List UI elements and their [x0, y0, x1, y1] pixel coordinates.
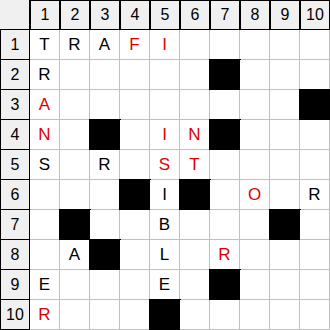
block-cell-r9c7 — [210, 270, 240, 300]
cell-r1c3[interactable]: A — [90, 30, 120, 60]
cell-r9c4[interactable] — [120, 270, 150, 300]
cell-r9c6[interactable] — [180, 270, 210, 300]
cell-r6c5[interactable]: I — [150, 180, 180, 210]
cell-r9c5[interactable]: E — [150, 270, 180, 300]
cell-r7c5[interactable]: B — [150, 210, 180, 240]
cell-r8c1[interactable] — [30, 240, 60, 270]
cell-r8c7[interactable]: R — [210, 240, 240, 270]
cell-r2c2[interactable] — [60, 60, 90, 90]
cell-r10c8[interactable] — [240, 300, 270, 330]
cell-r4c6[interactable]: N — [180, 120, 210, 150]
col-header-2: 2 — [60, 0, 90, 30]
cell-r8c9[interactable] — [270, 240, 300, 270]
cell-r4c4[interactable] — [120, 120, 150, 150]
cell-r5c8[interactable] — [240, 150, 270, 180]
block-cell-r4c3 — [90, 120, 120, 150]
puzzle-grid: 123456789101TRAFI2R3A4NIN5SRST6IOR7B8ALR… — [0, 0, 330, 330]
cell-r5c1[interactable]: S — [30, 150, 60, 180]
cell-r3c8[interactable] — [240, 90, 270, 120]
corner-cell — [0, 0, 30, 30]
cell-r1c8[interactable] — [240, 30, 270, 60]
cell-r5c6[interactable]: T — [180, 150, 210, 180]
block-cell-r7c9 — [270, 210, 300, 240]
cell-r8c5[interactable]: L — [150, 240, 180, 270]
cell-r9c3[interactable] — [90, 270, 120, 300]
col-header-10: 10 — [300, 0, 330, 30]
col-header-1: 1 — [30, 0, 60, 30]
row-header-7: 7 — [0, 210, 30, 240]
cell-r1c10[interactable] — [300, 30, 330, 60]
cell-r3c5[interactable] — [150, 90, 180, 120]
block-cell-r7c2 — [60, 210, 90, 240]
block-cell-r4c7 — [210, 120, 240, 150]
cell-r1c2[interactable]: R — [60, 30, 90, 60]
cell-r2c4[interactable] — [120, 60, 150, 90]
cell-r6c3[interactable] — [90, 180, 120, 210]
row-header-8: 8 — [0, 240, 30, 270]
cell-r7c3[interactable] — [90, 210, 120, 240]
cell-r4c10[interactable] — [300, 120, 330, 150]
cell-r5c5[interactable]: S — [150, 150, 180, 180]
cell-r8c8[interactable] — [240, 240, 270, 270]
col-header-3: 3 — [90, 0, 120, 30]
cell-r5c9[interactable] — [270, 150, 300, 180]
cell-r7c10[interactable] — [300, 210, 330, 240]
cell-r10c6[interactable] — [180, 300, 210, 330]
cell-r1c4[interactable]: F — [120, 30, 150, 60]
cell-r4c8[interactable] — [240, 120, 270, 150]
col-header-7: 7 — [210, 0, 240, 30]
block-cell-r6c4 — [120, 180, 150, 210]
cell-r5c10[interactable] — [300, 150, 330, 180]
cell-r1c9[interactable] — [270, 30, 300, 60]
cell-r3c7[interactable] — [210, 90, 240, 120]
cell-r3c2[interactable] — [60, 90, 90, 120]
row-header-4: 4 — [0, 120, 30, 150]
row-header-3: 3 — [0, 90, 30, 120]
cell-r9c1[interactable]: E — [30, 270, 60, 300]
cell-r7c8[interactable] — [240, 210, 270, 240]
cell-r7c4[interactable] — [120, 210, 150, 240]
cell-r10c2[interactable] — [60, 300, 90, 330]
cell-r6c9[interactable] — [270, 180, 300, 210]
block-cell-r6c6 — [180, 180, 210, 210]
cell-r5c7[interactable] — [210, 150, 240, 180]
cell-r6c2[interactable] — [60, 180, 90, 210]
cell-r10c3[interactable] — [90, 300, 120, 330]
cell-r4c1[interactable]: N — [30, 120, 60, 150]
cell-r5c2[interactable] — [60, 150, 90, 180]
cell-r9c2[interactable] — [60, 270, 90, 300]
row-header-1: 1 — [0, 30, 30, 60]
cell-r6c10[interactable]: R — [300, 180, 330, 210]
cell-r4c9[interactable] — [270, 120, 300, 150]
cell-r4c5[interactable]: I — [150, 120, 180, 150]
block-cell-r10c5 — [150, 300, 180, 330]
cell-r1c5[interactable]: I — [150, 30, 180, 60]
cell-r1c7[interactable] — [210, 30, 240, 60]
cell-r8c6[interactable] — [180, 240, 210, 270]
cell-r9c8[interactable] — [240, 270, 270, 300]
cell-r2c9[interactable] — [270, 60, 300, 90]
cell-r3c1[interactable]: A — [30, 90, 60, 120]
cell-r3c4[interactable] — [120, 90, 150, 120]
cell-r8c10[interactable] — [300, 240, 330, 270]
row-header-9: 9 — [0, 270, 30, 300]
cell-r2c5[interactable] — [150, 60, 180, 90]
cell-r5c3[interactable]: R — [90, 150, 120, 180]
cell-r7c1[interactable] — [30, 210, 60, 240]
cell-r1c1[interactable]: T — [30, 30, 60, 60]
cell-r7c6[interactable] — [180, 210, 210, 240]
cell-r9c10[interactable] — [300, 270, 330, 300]
block-cell-r3c10 — [300, 90, 330, 120]
col-header-8: 8 — [240, 0, 270, 30]
cell-r6c8[interactable]: O — [240, 180, 270, 210]
cell-r7c7[interactable] — [210, 210, 240, 240]
row-header-10: 10 — [0, 300, 30, 330]
cell-r10c1[interactable]: R — [30, 300, 60, 330]
row-header-5: 5 — [0, 150, 30, 180]
cell-r4c2[interactable] — [60, 120, 90, 150]
block-cell-r2c7 — [210, 60, 240, 90]
cell-r10c7[interactable] — [210, 300, 240, 330]
row-header-6: 6 — [0, 180, 30, 210]
cell-r10c9[interactable] — [270, 300, 300, 330]
cell-r8c2[interactable]: A — [60, 240, 90, 270]
cell-r9c9[interactable] — [270, 270, 300, 300]
cell-r10c4[interactable] — [120, 300, 150, 330]
cell-r5c4[interactable] — [120, 150, 150, 180]
cell-r2c8[interactable] — [240, 60, 270, 90]
row-header-2: 2 — [0, 60, 30, 90]
cell-r1c6[interactable] — [180, 30, 210, 60]
col-header-5: 5 — [150, 0, 180, 30]
cell-r2c6[interactable] — [180, 60, 210, 90]
cell-r2c10[interactable] — [300, 60, 330, 90]
cell-r8c4[interactable] — [120, 240, 150, 270]
cell-r6c1[interactable] — [30, 180, 60, 210]
col-header-9: 9 — [270, 0, 300, 30]
cell-r3c6[interactable] — [180, 90, 210, 120]
cell-r6c7[interactable] — [210, 180, 240, 210]
col-header-4: 4 — [120, 0, 150, 30]
col-header-6: 6 — [180, 0, 210, 30]
cell-r3c9[interactable] — [270, 90, 300, 120]
cell-r2c3[interactable] — [90, 60, 120, 90]
cell-r2c1[interactable]: R — [30, 60, 60, 90]
cell-r10c10[interactable] — [300, 300, 330, 330]
block-cell-r8c3 — [90, 240, 120, 270]
cell-r3c3[interactable] — [90, 90, 120, 120]
